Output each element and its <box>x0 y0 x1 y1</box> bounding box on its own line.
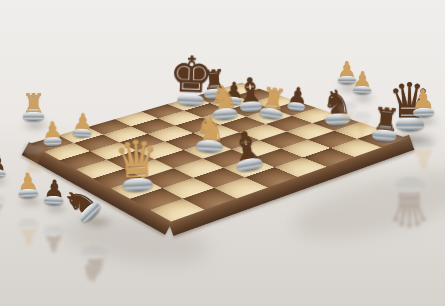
chrome-base <box>23 112 44 121</box>
piece-reflection: ♟ <box>352 113 372 137</box>
offboard-black-knight[interactable]: ♞♞ <box>80 180 109 216</box>
piece-reflection: ♞ <box>80 248 109 284</box>
offboard-white-rook[interactable]: ♜♜ <box>22 92 45 121</box>
offboard-white-pawn[interactable]: ♟♟ <box>18 171 40 198</box>
chrome-base <box>353 113 371 121</box>
black-queen-glyph: ♛ <box>388 188 431 232</box>
chess-set-photo: ♟♟♚♜♟♞♝♜♟♞♛♞♝♜ ♜♜♟♟♟♟♞♞♟♟♟♟♛♛♟♟♟♟ <box>0 0 445 306</box>
chrome-base <box>122 177 152 192</box>
offboard-white-pawn[interactable]: ♟♟ <box>412 88 435 117</box>
chrome-base <box>353 86 371 95</box>
chrome-base <box>338 103 356 111</box>
chrome-base <box>19 220 38 229</box>
chrome-base <box>413 108 434 118</box>
piece-reflection: ♟ <box>43 227 65 254</box>
chrome-base <box>23 145 44 154</box>
piece-reflection: ♟ <box>0 196 6 220</box>
chrome-base <box>287 101 306 111</box>
chrome-base <box>196 139 223 153</box>
chrome-base <box>44 227 63 236</box>
chrome-base <box>73 128 91 137</box>
square-g4[interactable] <box>266 116 313 132</box>
chrome-base <box>82 248 106 259</box>
chrome-base <box>177 94 204 107</box>
black-knight-glyph: ♞ <box>80 255 109 284</box>
white-queen-glyph: ♛ <box>112 135 160 184</box>
board-perspective-wrapper: ♟♟♚♜♟♞♝♜♟♞♛♞♝♜ <box>65 0 360 288</box>
chrome-base <box>413 141 434 150</box>
offboard-white-pawn[interactable]: ♟♟ <box>352 70 372 94</box>
offboard-black-pawn[interactable]: ♟♟ <box>0 153 6 177</box>
black-king-glyph: ♚ <box>169 52 214 98</box>
chrome-base <box>396 179 424 192</box>
piece-reflection: ♛ <box>388 179 431 232</box>
piece-reflection: ♟ <box>18 220 40 247</box>
chrome-base <box>43 137 62 146</box>
chrome-base <box>19 189 38 199</box>
piece-reflection: ♟ <box>412 141 435 170</box>
